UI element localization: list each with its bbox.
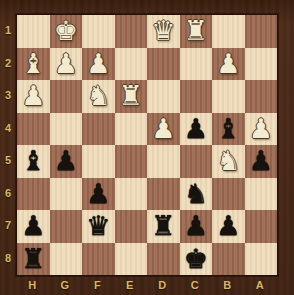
square-d2[interactable] [147,48,180,81]
black-pawn-c7: ♟ [180,210,213,243]
square-b4[interactable]: ♝ [212,113,245,146]
black-pawn-c4: ♟ [180,113,213,146]
black-pawn-f6: ♟ [82,178,115,211]
square-b2[interactable]: ♟ [212,48,245,81]
rank-label-7: 7 [0,209,16,242]
square-a3[interactable] [245,80,278,113]
rank-label-6: 6 [0,177,16,210]
square-e7[interactable] [115,210,148,243]
chess-board: ♚♛♜♝♟♟♟♟♞♜♟♟♝♟♝♟♞♟♟♞♟♛♜♟♟♜♚ [16,14,278,276]
white-bishop-h2: ♝ [17,48,50,81]
square-a8[interactable] [245,243,278,276]
chess-board-window: ♚♛♜♝♟♟♟♟♞♜♟♟♝♟♝♟♞♟♟♞♟♛♜♟♟♜♚ 12345678 HGF… [0,0,294,295]
square-e3[interactable]: ♜ [115,80,148,113]
square-g4[interactable] [50,113,83,146]
black-bishop-b4: ♝ [212,113,245,146]
square-f1[interactable] [82,15,115,48]
white-knight-f3: ♞ [82,80,115,113]
square-d4[interactable]: ♟ [147,113,180,146]
square-h2[interactable]: ♝ [17,48,50,81]
square-e5[interactable] [115,145,148,178]
square-f3[interactable]: ♞ [82,80,115,113]
white-pawn-b2: ♟ [212,48,245,81]
white-rook-e3: ♜ [115,80,148,113]
square-c5[interactable] [180,145,213,178]
square-f7[interactable]: ♛ [82,210,115,243]
square-f8[interactable] [82,243,115,276]
file-label-c: C [179,277,212,293]
file-label-e: E [114,277,147,293]
square-d5[interactable] [147,145,180,178]
square-b1[interactable] [212,15,245,48]
white-pawn-d4: ♟ [147,113,180,146]
square-h7[interactable]: ♟ [17,210,50,243]
square-b3[interactable] [212,80,245,113]
black-pawn-g5: ♟ [50,145,83,178]
square-h8[interactable]: ♜ [17,243,50,276]
square-a5[interactable]: ♟ [245,145,278,178]
square-g2[interactable]: ♟ [50,48,83,81]
file-label-g: G [49,277,82,293]
square-g1[interactable]: ♚ [50,15,83,48]
file-label-d: D [146,277,179,293]
rank-label-8: 8 [0,242,16,275]
white-pawn-f2: ♟ [82,48,115,81]
file-label-b: B [211,277,244,293]
square-g6[interactable] [50,178,83,211]
square-c8[interactable]: ♚ [180,243,213,276]
square-f6[interactable]: ♟ [82,178,115,211]
square-h1[interactable] [17,15,50,48]
square-d3[interactable] [147,80,180,113]
square-g7[interactable] [50,210,83,243]
square-a2[interactable] [245,48,278,81]
square-f5[interactable] [82,145,115,178]
square-c1[interactable]: ♜ [180,15,213,48]
square-b5[interactable]: ♞ [212,145,245,178]
rank-label-5: 5 [0,144,16,177]
square-f4[interactable] [82,113,115,146]
white-knight-b5: ♞ [212,145,245,178]
square-e6[interactable] [115,178,148,211]
square-g8[interactable] [50,243,83,276]
square-a7[interactable] [245,210,278,243]
white-pawn-a4: ♟ [245,113,278,146]
rank-label-2: 2 [0,47,16,80]
black-pawn-a5: ♟ [245,145,278,178]
white-pawn-g2: ♟ [50,48,83,81]
square-c6[interactable]: ♞ [180,178,213,211]
white-pawn-h3: ♟ [17,80,50,113]
square-b6[interactable] [212,178,245,211]
square-f2[interactable]: ♟ [82,48,115,81]
white-king-g1: ♚ [50,15,83,48]
square-c2[interactable] [180,48,213,81]
square-b8[interactable] [212,243,245,276]
square-c4[interactable]: ♟ [180,113,213,146]
black-king-c8: ♚ [180,243,213,276]
file-label-a: A [244,277,277,293]
square-b7[interactable]: ♟ [212,210,245,243]
square-e1[interactable] [115,15,148,48]
square-h6[interactable] [17,178,50,211]
white-queen-d1: ♛ [147,15,180,48]
white-rook-c1: ♜ [180,15,213,48]
black-pawn-h7: ♟ [17,210,50,243]
rank-label-3: 3 [0,79,16,112]
square-a6[interactable] [245,178,278,211]
black-bishop-h5: ♝ [17,145,50,178]
square-d8[interactable] [147,243,180,276]
square-h5[interactable]: ♝ [17,145,50,178]
square-e4[interactable] [115,113,148,146]
square-d6[interactable] [147,178,180,211]
black-queen-f7: ♛ [82,210,115,243]
black-pawn-b7: ♟ [212,210,245,243]
square-e8[interactable] [115,243,148,276]
square-a4[interactable]: ♟ [245,113,278,146]
black-rook-d7: ♜ [147,210,180,243]
rank-label-4: 4 [0,112,16,145]
rank-label-1: 1 [0,14,16,47]
square-d7[interactable]: ♜ [147,210,180,243]
square-g3[interactable] [50,80,83,113]
file-label-h: H [16,277,49,293]
black-knight-c6: ♞ [180,178,213,211]
black-rook-h8: ♜ [17,243,50,276]
square-a1[interactable] [245,15,278,48]
square-e2[interactable] [115,48,148,81]
file-label-f: F [81,277,114,293]
square-c3[interactable] [180,80,213,113]
square-d1[interactable]: ♛ [147,15,180,48]
square-h3[interactable]: ♟ [17,80,50,113]
square-h4[interactable] [17,113,50,146]
square-c7[interactable]: ♟ [180,210,213,243]
square-g5[interactable]: ♟ [50,145,83,178]
